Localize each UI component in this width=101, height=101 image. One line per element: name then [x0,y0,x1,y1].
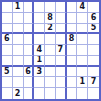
cell-r9-c9[interactable] [88,88,99,99]
given-digit: 1 [15,3,21,11]
cell-r2-c1[interactable] [2,13,13,24]
cell-r9-c3[interactable] [24,88,35,99]
cell-r1-c7[interactable] [67,2,78,13]
given-digit: 8 [69,35,75,43]
cell-r4-c4[interactable] [34,34,45,45]
cell-r5-c4[interactable]: 4 [34,45,45,56]
cell-r8-c3[interactable] [24,77,35,88]
given-digit: 6 [25,68,31,76]
cell-r2-c2[interactable] [13,13,24,24]
cell-r5-c6[interactable]: 7 [56,45,67,56]
cell-r4-c7[interactable]: 8 [67,34,78,45]
given-digit: 8 [47,14,53,22]
given-digit: 6 [91,14,97,22]
cell-r9-c7[interactable] [67,88,78,99]
cell-r9-c6[interactable] [56,88,67,99]
cell-r4-c9[interactable] [88,34,99,45]
given-digit: 6 [4,35,10,43]
given-digit: 5 [4,68,10,76]
given-digit: 3 [36,68,42,76]
given-digit: 5 [91,24,97,32]
cell-r8-c9[interactable]: 7 [88,77,99,88]
cell-r9-c4[interactable] [34,88,45,99]
cell-r7-c9[interactable] [88,67,99,78]
cell-r1-c4[interactable] [34,2,45,13]
cell-r6-c7[interactable] [67,56,78,67]
cell-r2-c8[interactable] [77,13,88,24]
cell-r3-c1[interactable] [2,24,13,35]
cell-r8-c4[interactable] [34,77,45,88]
cell-r6-c6[interactable] [56,56,67,67]
cell-r7-c4[interactable]: 3 [34,67,45,78]
sudoku-board: 14862568471563172 [0,0,101,101]
cell-r9-c8[interactable] [77,88,88,99]
given-digit: 1 [80,78,86,86]
cell-r8-c8[interactable]: 1 [77,77,88,88]
cell-r9-c5[interactable] [45,88,56,99]
given-digit: 4 [36,46,42,54]
cell-r3-c8[interactable] [77,24,88,35]
cell-r2-c7[interactable] [67,13,78,24]
cell-r4-c2[interactable] [13,34,24,45]
sudoku-puzzle: 14862568471563172 [0,0,101,101]
cell-r3-c3[interactable] [24,24,35,35]
cell-r8-c2[interactable] [13,77,24,88]
cell-r5-c5[interactable] [45,45,56,56]
cell-r1-c8[interactable]: 4 [77,2,88,13]
cell-r2-c5[interactable]: 8 [45,13,56,24]
cell-r7-c5[interactable] [45,67,56,78]
cell-r1-c2[interactable]: 1 [13,2,24,13]
cell-r4-c1[interactable]: 6 [2,34,13,45]
cell-r5-c1[interactable] [2,45,13,56]
given-digit: 2 [15,90,21,98]
cell-r9-c1[interactable] [2,88,13,99]
cell-r1-c1[interactable] [2,2,13,13]
cell-r3-c6[interactable] [56,24,67,35]
cell-r3-c4[interactable] [34,24,45,35]
cell-r3-c9[interactable]: 5 [88,24,99,35]
cell-r7-c8[interactable] [77,67,88,78]
cell-r7-c6[interactable] [56,67,67,78]
cell-r2-c4[interactable] [34,13,45,24]
cell-r2-c6[interactable] [56,13,67,24]
cell-r5-c2[interactable] [13,45,24,56]
cell-r4-c5[interactable] [45,34,56,45]
cell-r8-c7[interactable] [67,77,78,88]
cell-r5-c9[interactable] [88,45,99,56]
given-digit: 4 [80,3,86,11]
cell-r7-c2[interactable] [13,67,24,78]
cell-r6-c8[interactable] [77,56,88,67]
cell-r4-c8[interactable] [77,34,88,45]
cell-r2-c9[interactable]: 6 [88,13,99,24]
cell-r9-c2[interactable]: 2 [13,88,24,99]
given-digit: 7 [57,46,63,54]
cell-r3-c7[interactable] [67,24,78,35]
cell-r3-c5[interactable]: 2 [45,24,56,35]
cell-r6-c9[interactable] [88,56,99,67]
cell-r1-c9[interactable] [88,2,99,13]
cell-r6-c5[interactable] [45,56,56,67]
cell-r6-c1[interactable] [2,56,13,67]
cell-r8-c1[interactable] [2,77,13,88]
cell-r8-c5[interactable] [45,77,56,88]
cell-r6-c2[interactable] [13,56,24,67]
cell-r6-c3[interactable] [24,56,35,67]
cell-r4-c3[interactable] [24,34,35,45]
cell-r1-c5[interactable] [45,2,56,13]
given-digit: 1 [36,56,42,64]
given-digit: 2 [47,24,53,32]
cell-r6-c4[interactable]: 1 [34,56,45,67]
cell-r7-c1[interactable]: 5 [2,67,13,78]
cell-r8-c6[interactable] [56,77,67,88]
cell-r4-c6[interactable] [56,34,67,45]
cell-r5-c8[interactable] [77,45,88,56]
cell-r7-c3[interactable]: 6 [24,67,35,78]
cell-r5-c3[interactable] [24,45,35,56]
cell-r3-c2[interactable] [13,24,24,35]
cell-r2-c3[interactable] [24,13,35,24]
cell-r5-c7[interactable] [67,45,78,56]
cell-r1-c3[interactable] [24,2,35,13]
given-digit: 7 [91,78,97,86]
cell-r1-c6[interactable] [56,2,67,13]
cell-r7-c7[interactable] [67,67,78,78]
